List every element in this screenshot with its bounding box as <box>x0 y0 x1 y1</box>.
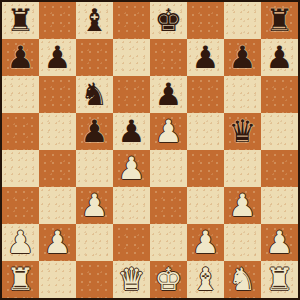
square-a3[interactable] <box>2 187 39 224</box>
square-f1[interactable]: ♝ <box>187 261 224 298</box>
piece-black-rook: ♜ <box>7 2 35 39</box>
square-c3[interactable]: ♟ <box>76 187 113 224</box>
chess-board: ♜♝♚♜♟♟♟♟♟♞♟♟♟♟♛♟♟♟♟♟♟♟♜♛♚♝♞♜ <box>0 0 300 300</box>
piece-white-rook: ♜ <box>266 261 294 298</box>
square-e8[interactable]: ♚ <box>150 2 187 39</box>
square-h5[interactable] <box>261 113 298 150</box>
square-b7[interactable]: ♟ <box>39 39 76 76</box>
square-d3[interactable] <box>113 187 150 224</box>
piece-white-pawn: ♟ <box>266 224 294 261</box>
square-a4[interactable] <box>2 150 39 187</box>
square-c8[interactable]: ♝ <box>76 2 113 39</box>
square-h2[interactable]: ♟ <box>261 224 298 261</box>
square-c2[interactable] <box>76 224 113 261</box>
square-a5[interactable] <box>2 113 39 150</box>
piece-white-pawn: ♟ <box>192 224 220 261</box>
square-e3[interactable] <box>150 187 187 224</box>
piece-black-pawn: ♟ <box>7 39 35 76</box>
square-d1[interactable]: ♛ <box>113 261 150 298</box>
piece-white-king: ♚ <box>155 261 183 298</box>
piece-black-pawn: ♟ <box>118 113 146 150</box>
piece-white-knight: ♞ <box>229 261 257 298</box>
piece-black-pawn: ♟ <box>81 113 109 150</box>
square-e1[interactable]: ♚ <box>150 261 187 298</box>
square-g4[interactable] <box>224 150 261 187</box>
square-g6[interactable] <box>224 76 261 113</box>
square-b6[interactable] <box>39 76 76 113</box>
square-c4[interactable] <box>76 150 113 187</box>
square-h8[interactable]: ♜ <box>261 2 298 39</box>
square-e5[interactable]: ♟ <box>150 113 187 150</box>
square-h4[interactable] <box>261 150 298 187</box>
piece-black-rook: ♜ <box>266 2 294 39</box>
piece-white-pawn: ♟ <box>81 187 109 224</box>
square-b3[interactable] <box>39 187 76 224</box>
square-h7[interactable]: ♟ <box>261 39 298 76</box>
square-f8[interactable] <box>187 2 224 39</box>
square-g7[interactable]: ♟ <box>224 39 261 76</box>
piece-white-bishop: ♝ <box>192 261 220 298</box>
square-e7[interactable] <box>150 39 187 76</box>
square-c1[interactable] <box>76 261 113 298</box>
square-a1[interactable]: ♜ <box>2 261 39 298</box>
square-a6[interactable] <box>2 76 39 113</box>
square-e4[interactable] <box>150 150 187 187</box>
piece-black-pawn: ♟ <box>44 39 72 76</box>
piece-white-pawn: ♟ <box>118 150 146 187</box>
piece-white-pawn: ♟ <box>229 187 257 224</box>
square-f5[interactable] <box>187 113 224 150</box>
square-g1[interactable]: ♞ <box>224 261 261 298</box>
piece-black-pawn: ♟ <box>192 39 220 76</box>
piece-white-pawn: ♟ <box>44 224 72 261</box>
square-f4[interactable] <box>187 150 224 187</box>
piece-black-pawn: ♟ <box>155 76 183 113</box>
square-e2[interactable] <box>150 224 187 261</box>
piece-black-king: ♚ <box>155 2 183 39</box>
square-g2[interactable] <box>224 224 261 261</box>
square-h6[interactable] <box>261 76 298 113</box>
square-d8[interactable] <box>113 2 150 39</box>
piece-black-pawn: ♟ <box>266 39 294 76</box>
square-e6[interactable]: ♟ <box>150 76 187 113</box>
piece-white-pawn: ♟ <box>7 224 35 261</box>
square-b8[interactable] <box>39 2 76 39</box>
chess-board-container: ♜♝♚♜♟♟♟♟♟♞♟♟♟♟♛♟♟♟♟♟♟♟♜♛♚♝♞♜ <box>0 0 300 300</box>
piece-black-knight: ♞ <box>81 76 109 113</box>
piece-white-queen: ♛ <box>118 261 146 298</box>
square-f3[interactable] <box>187 187 224 224</box>
square-h3[interactable] <box>261 187 298 224</box>
piece-white-pawn: ♟ <box>155 113 183 150</box>
square-b1[interactable] <box>39 261 76 298</box>
square-a2[interactable]: ♟ <box>2 224 39 261</box>
piece-white-rook: ♜ <box>7 261 35 298</box>
square-g5[interactable]: ♛ <box>224 113 261 150</box>
square-d2[interactable] <box>113 224 150 261</box>
square-f7[interactable]: ♟ <box>187 39 224 76</box>
square-c7[interactable] <box>76 39 113 76</box>
square-h1[interactable]: ♜ <box>261 261 298 298</box>
square-f6[interactable] <box>187 76 224 113</box>
square-g8[interactable] <box>224 2 261 39</box>
square-a7[interactable]: ♟ <box>2 39 39 76</box>
square-d4[interactable]: ♟ <box>113 150 150 187</box>
square-b2[interactable]: ♟ <box>39 224 76 261</box>
piece-black-bishop: ♝ <box>81 2 109 39</box>
square-d6[interactable] <box>113 76 150 113</box>
square-b5[interactable] <box>39 113 76 150</box>
piece-black-pawn: ♟ <box>229 39 257 76</box>
square-g3[interactable]: ♟ <box>224 187 261 224</box>
square-b4[interactable] <box>39 150 76 187</box>
square-c6[interactable]: ♞ <box>76 76 113 113</box>
square-d7[interactable] <box>113 39 150 76</box>
square-a8[interactable]: ♜ <box>2 2 39 39</box>
square-d5[interactable]: ♟ <box>113 113 150 150</box>
square-f2[interactable]: ♟ <box>187 224 224 261</box>
square-c5[interactable]: ♟ <box>76 113 113 150</box>
piece-black-queen: ♛ <box>229 113 257 150</box>
